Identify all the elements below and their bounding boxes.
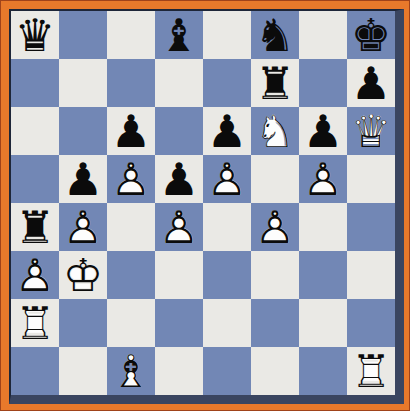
square-h1[interactable]: ♜♖ <box>347 347 395 395</box>
chess-board: ♛♝♞♚♜♟♟♟♞♘♟♛♕♟♟♙♟♟♙♟♙♜♟♙♟♙♟♙♟♙♚♔♜♖♝♗♜♖ <box>9 9 404 404</box>
piece-outline-glyph: ♕ <box>347 107 395 155</box>
white-rook-piece[interactable]: ♜♖ <box>347 347 395 395</box>
square-f1[interactable] <box>251 347 299 395</box>
square-a5[interactable] <box>11 155 59 203</box>
square-e6[interactable]: ♟ <box>203 107 251 155</box>
black-queen-piece[interactable]: ♛ <box>11 11 59 59</box>
square-a7[interactable] <box>11 59 59 107</box>
square-g2[interactable] <box>299 299 347 347</box>
square-c8[interactable] <box>107 11 155 59</box>
white-pawn-piece[interactable]: ♟♙ <box>299 155 347 203</box>
black-bishop-piece[interactable]: ♝ <box>155 11 203 59</box>
square-b5[interactable]: ♟ <box>59 155 107 203</box>
piece-outline-glyph: ♖ <box>347 347 395 395</box>
piece-glyph: ♟ <box>299 107 347 155</box>
square-c6[interactable]: ♟ <box>107 107 155 155</box>
piece-outline-glyph: ♖ <box>11 299 59 347</box>
square-c7[interactable] <box>107 59 155 107</box>
black-pawn-piece[interactable]: ♟ <box>155 155 203 203</box>
piece-outline-glyph: ♔ <box>59 251 107 299</box>
square-d2[interactable] <box>155 299 203 347</box>
piece-glyph: ♞ <box>251 11 299 59</box>
piece-outline-glyph: ♙ <box>155 203 203 251</box>
black-pawn-piece[interactable]: ♟ <box>59 155 107 203</box>
square-c1[interactable]: ♝♗ <box>107 347 155 395</box>
square-f4[interactable]: ♟♙ <box>251 203 299 251</box>
piece-outline-glyph: ♗ <box>107 347 155 395</box>
square-h7[interactable]: ♟ <box>347 59 395 107</box>
piece-glyph: ♝ <box>155 11 203 59</box>
white-pawn-piece[interactable]: ♟♙ <box>107 155 155 203</box>
black-pawn-piece[interactable]: ♟ <box>299 107 347 155</box>
square-e7[interactable] <box>203 59 251 107</box>
white-pawn-piece[interactable]: ♟♙ <box>11 251 59 299</box>
square-h3[interactable] <box>347 251 395 299</box>
piece-outline-glyph: ♙ <box>107 155 155 203</box>
black-knight-piece[interactable]: ♞ <box>251 11 299 59</box>
square-d1[interactable] <box>155 347 203 395</box>
piece-glyph: ♚ <box>347 11 395 59</box>
square-d4[interactable]: ♟♙ <box>155 203 203 251</box>
white-pawn-piece[interactable]: ♟♙ <box>59 203 107 251</box>
square-b4[interactable]: ♟♙ <box>59 203 107 251</box>
square-d6[interactable] <box>155 107 203 155</box>
piece-outline-glyph: ♙ <box>299 155 347 203</box>
piece-glyph: ♟ <box>155 155 203 203</box>
square-f2[interactable] <box>251 299 299 347</box>
square-f8[interactable]: ♞ <box>251 11 299 59</box>
black-pawn-piece[interactable]: ♟ <box>107 107 155 155</box>
square-h5[interactable] <box>347 155 395 203</box>
white-bishop-piece[interactable]: ♝♗ <box>107 347 155 395</box>
square-c5[interactable]: ♟♙ <box>107 155 155 203</box>
square-g3[interactable] <box>299 251 347 299</box>
white-king-piece[interactable]: ♚♔ <box>59 251 107 299</box>
square-b7[interactable] <box>59 59 107 107</box>
piece-outline-glyph: ♘ <box>251 107 299 155</box>
black-pawn-piece[interactable]: ♟ <box>347 59 395 107</box>
square-a3[interactable]: ♟♙ <box>11 251 59 299</box>
square-g6[interactable]: ♟ <box>299 107 347 155</box>
square-h8[interactable]: ♚ <box>347 11 395 59</box>
square-e1[interactable] <box>203 347 251 395</box>
square-b2[interactable] <box>59 299 107 347</box>
square-e3[interactable] <box>203 251 251 299</box>
square-b1[interactable] <box>59 347 107 395</box>
square-e2[interactable] <box>203 299 251 347</box>
black-rook-piece[interactable]: ♜ <box>251 59 299 107</box>
square-h4[interactable] <box>347 203 395 251</box>
square-e5[interactable]: ♟♙ <box>203 155 251 203</box>
square-e4[interactable] <box>203 203 251 251</box>
square-c3[interactable] <box>107 251 155 299</box>
piece-outline-glyph: ♙ <box>203 155 251 203</box>
square-a6[interactable] <box>11 107 59 155</box>
square-g7[interactable] <box>299 59 347 107</box>
square-f6[interactable]: ♞♘ <box>251 107 299 155</box>
piece-glyph: ♜ <box>11 203 59 251</box>
piece-glyph: ♟ <box>107 107 155 155</box>
square-b6[interactable] <box>59 107 107 155</box>
square-g5[interactable]: ♟♙ <box>299 155 347 203</box>
square-d7[interactable] <box>155 59 203 107</box>
square-h6[interactable]: ♛♕ <box>347 107 395 155</box>
black-pawn-piece[interactable]: ♟ <box>203 107 251 155</box>
piece-glyph: ♛ <box>11 11 59 59</box>
white-knight-piece[interactable]: ♞♘ <box>251 107 299 155</box>
square-f7[interactable]: ♜ <box>251 59 299 107</box>
square-a4[interactable]: ♜ <box>11 203 59 251</box>
white-pawn-piece[interactable]: ♟♙ <box>203 155 251 203</box>
square-d3[interactable] <box>155 251 203 299</box>
white-pawn-piece[interactable]: ♟♙ <box>155 203 203 251</box>
square-b3[interactable]: ♚♔ <box>59 251 107 299</box>
square-c2[interactable] <box>107 299 155 347</box>
square-f5[interactable] <box>251 155 299 203</box>
square-d5[interactable]: ♟ <box>155 155 203 203</box>
white-rook-piece[interactable]: ♜♖ <box>11 299 59 347</box>
square-a1[interactable] <box>11 347 59 395</box>
square-a8[interactable]: ♛ <box>11 11 59 59</box>
piece-glyph: ♟ <box>203 107 251 155</box>
square-g1[interactable] <box>299 347 347 395</box>
board-grid: ♛♝♞♚♜♟♟♟♞♘♟♛♕♟♟♙♟♟♙♟♙♜♟♙♟♙♟♙♟♙♚♔♜♖♝♗♜♖ <box>11 11 395 395</box>
piece-outline-glyph: ♙ <box>11 251 59 299</box>
square-d8[interactable]: ♝ <box>155 11 203 59</box>
piece-glyph: ♟ <box>59 155 107 203</box>
square-g8[interactable] <box>299 11 347 59</box>
piece-glyph: ♟ <box>347 59 395 107</box>
black-king-piece[interactable]: ♚ <box>347 11 395 59</box>
square-c4[interactable] <box>107 203 155 251</box>
square-a2[interactable]: ♜♖ <box>11 299 59 347</box>
piece-outline-glyph: ♙ <box>59 203 107 251</box>
board-frame: ♛♝♞♚♜♟♟♟♞♘♟♛♕♟♟♙♟♟♙♟♙♜♟♙♟♙♟♙♟♙♚♔♜♖♝♗♜♖ <box>0 0 410 411</box>
white-pawn-piece[interactable]: ♟♙ <box>251 203 299 251</box>
black-rook-piece[interactable]: ♜ <box>11 203 59 251</box>
white-queen-piece[interactable]: ♛♕ <box>347 107 395 155</box>
square-h2[interactable] <box>347 299 395 347</box>
piece-glyph: ♜ <box>251 59 299 107</box>
piece-outline-glyph: ♙ <box>251 203 299 251</box>
square-b8[interactable] <box>59 11 107 59</box>
square-f3[interactable] <box>251 251 299 299</box>
square-g4[interactable] <box>299 203 347 251</box>
square-e8[interactable] <box>203 11 251 59</box>
